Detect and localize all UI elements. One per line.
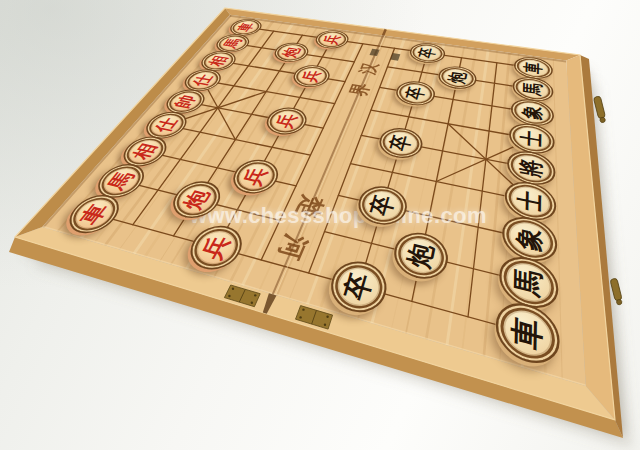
piece-glyph: 車 bbox=[76, 202, 112, 227]
piece-glyph: 仕 bbox=[190, 73, 215, 87]
board-detail bbox=[324, 324, 326, 326]
piece-glyph: 士 bbox=[520, 129, 544, 148]
piece-glyph: 兵 bbox=[321, 34, 342, 45]
piece-glyph: 兵 bbox=[300, 69, 324, 83]
piece-glyph: 炮 bbox=[447, 71, 469, 85]
piece-glyph: 車 bbox=[523, 61, 543, 75]
watermark-text: www.chessshoponline.com bbox=[190, 203, 487, 229]
piece-glyph: 卒 bbox=[404, 86, 427, 101]
piece-glyph: 相 bbox=[207, 55, 231, 68]
piece-glyph: 兵 bbox=[273, 112, 300, 129]
piece-glyph: 卒 bbox=[388, 133, 414, 152]
piece-glyph: 卒 bbox=[417, 47, 438, 59]
piece-glyph: 相 bbox=[130, 142, 161, 161]
piece-glyph: 仕 bbox=[152, 117, 181, 134]
board-detail bbox=[326, 316, 328, 318]
piece-glyph: 卒 bbox=[341, 270, 376, 303]
piece-glyph: 炮 bbox=[405, 241, 437, 271]
piece-glyph: 士 bbox=[517, 189, 544, 214]
board-detail bbox=[251, 302, 253, 304]
board-detail bbox=[232, 288, 234, 290]
photo-scene: 汉界楚河 車兵馬炮卒相車兵炮仕馬卒帥象兵仕士卒相將兵馬炮士卒車象兵炮馬卒車 ww… bbox=[0, 0, 640, 450]
piece-glyph: 馬 bbox=[105, 170, 138, 192]
board-detail bbox=[299, 316, 301, 318]
piece-glyph: 車 bbox=[511, 314, 545, 353]
piece-glyph: 馬 bbox=[221, 38, 244, 49]
piece-glyph: 帥 bbox=[172, 94, 199, 109]
piece-glyph: 象 bbox=[521, 104, 544, 121]
piece-glyph: 車 bbox=[235, 22, 256, 32]
piece-glyph: 馬 bbox=[513, 266, 544, 299]
board-detail bbox=[254, 294, 256, 296]
piece-glyph: 象 bbox=[515, 225, 544, 253]
board-detail bbox=[302, 308, 304, 310]
piece-glyph: 炮 bbox=[180, 188, 213, 212]
piece-glyph: 炮 bbox=[280, 46, 303, 58]
piece-glyph: 馬 bbox=[522, 82, 543, 97]
piece-glyph: 卒 bbox=[368, 193, 398, 218]
piece-glyph: 兵 bbox=[240, 166, 271, 188]
piece-glyph: 將 bbox=[519, 157, 544, 179]
piece-glyph: 兵 bbox=[198, 233, 234, 261]
board-detail bbox=[228, 295, 230, 297]
